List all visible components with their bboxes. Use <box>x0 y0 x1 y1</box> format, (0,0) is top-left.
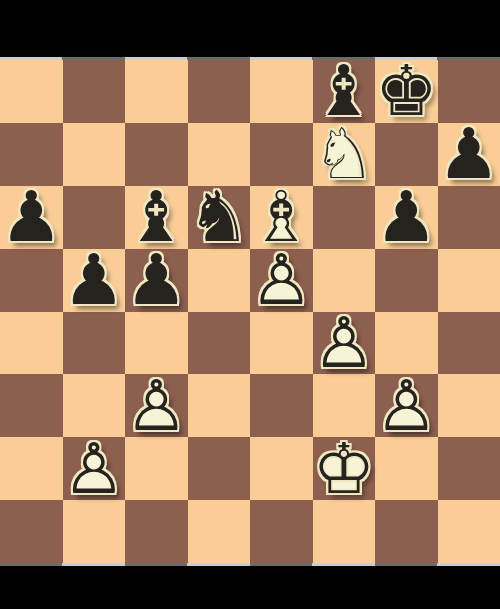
square-c8[interactable] <box>125 60 188 123</box>
square-e2[interactable] <box>250 437 313 500</box>
square-h3[interactable] <box>438 374 500 437</box>
black-pawn[interactable]: ♟ <box>375 186 438 249</box>
white-pawn-outline: ♙ <box>313 312 376 375</box>
white-king-outline: ♔ <box>313 437 376 500</box>
square-d2[interactable] <box>188 437 251 500</box>
square-f7[interactable]: ♞♘ <box>313 123 376 186</box>
square-b8[interactable] <box>63 60 126 123</box>
square-b5[interactable]: ♟ <box>63 249 126 312</box>
white-knight-outline: ♘ <box>313 123 376 186</box>
square-e5[interactable]: ♟♙ <box>250 249 313 312</box>
square-a6[interactable]: ♟ <box>0 186 63 249</box>
square-g5[interactable] <box>375 249 438 312</box>
black-pawn-glyph: ♟ <box>125 245 188 315</box>
white-pawn-outline: ♙ <box>250 249 313 312</box>
white-pawn[interactable]: ♟♙ <box>375 374 438 437</box>
square-e8[interactable] <box>250 60 313 123</box>
letterbox-bottom <box>0 566 500 609</box>
square-a2[interactable] <box>0 437 63 500</box>
board-squares: ♝♚♞♘♟♟♝♞♝♗♟♟♟♟♙♟♙♟♙♟♙♟♙♚♔ <box>0 60 500 563</box>
square-a4[interactable] <box>0 312 63 375</box>
white-pawn[interactable]: ♟♙ <box>250 249 313 312</box>
square-h2[interactable] <box>438 437 500 500</box>
square-c3[interactable]: ♟♙ <box>125 374 188 437</box>
chess-board: ♝♚♞♘♟♟♝♞♝♗♟♟♟♟♙♟♙♟♙♟♙♟♙♚♔ <box>0 57 500 566</box>
square-g6[interactable]: ♟ <box>375 186 438 249</box>
square-e1[interactable] <box>250 500 313 563</box>
square-h1[interactable] <box>438 500 500 563</box>
square-h6[interactable] <box>438 186 500 249</box>
black-pawn-glyph: ♟ <box>437 119 500 189</box>
square-f6[interactable] <box>313 186 376 249</box>
black-pawn[interactable]: ♟ <box>438 123 500 186</box>
square-a8[interactable] <box>0 60 63 123</box>
square-g1[interactable] <box>375 500 438 563</box>
white-pawn[interactable]: ♟♙ <box>63 437 126 500</box>
letterbox-top <box>0 0 500 57</box>
black-pawn[interactable]: ♟ <box>63 249 126 312</box>
square-b2[interactable]: ♟♙ <box>63 437 126 500</box>
square-g8[interactable]: ♚ <box>375 60 438 123</box>
square-d3[interactable] <box>188 374 251 437</box>
square-b7[interactable] <box>63 123 126 186</box>
white-pawn-outline: ♙ <box>63 437 126 500</box>
black-pawn[interactable]: ♟ <box>0 186 63 249</box>
square-c5[interactable]: ♟ <box>125 249 188 312</box>
white-pawn[interactable]: ♟♙ <box>313 312 376 375</box>
square-f4[interactable]: ♟♙ <box>313 312 376 375</box>
square-d5[interactable] <box>188 249 251 312</box>
black-knight-glyph: ♞ <box>187 182 250 252</box>
black-king-glyph: ♚ <box>375 56 438 126</box>
white-knight[interactable]: ♞♘ <box>313 123 376 186</box>
white-pawn-outline: ♙ <box>125 374 188 437</box>
white-king[interactable]: ♚♔ <box>313 437 376 500</box>
square-a1[interactable] <box>0 500 63 563</box>
square-d1[interactable] <box>188 500 251 563</box>
black-pawn[interactable]: ♟ <box>125 249 188 312</box>
chess-app-screen: ♝♚♞♘♟♟♝♞♝♗♟♟♟♟♙♟♙♟♙♟♙♟♙♚♔ <box>0 0 500 609</box>
square-d4[interactable] <box>188 312 251 375</box>
square-d8[interactable] <box>188 60 251 123</box>
black-pawn-glyph: ♟ <box>375 182 438 252</box>
black-knight[interactable]: ♞ <box>188 186 251 249</box>
square-h7[interactable]: ♟ <box>438 123 500 186</box>
black-king[interactable]: ♚ <box>375 60 438 123</box>
square-a3[interactable] <box>0 374 63 437</box>
square-f2[interactable]: ♚♔ <box>313 437 376 500</box>
square-h5[interactable] <box>438 249 500 312</box>
black-pawn-glyph: ♟ <box>0 182 63 252</box>
white-pawn[interactable]: ♟♙ <box>125 374 188 437</box>
black-pawn-glyph: ♟ <box>62 245 125 315</box>
square-g3[interactable]: ♟♙ <box>375 374 438 437</box>
square-c1[interactable] <box>125 500 188 563</box>
white-pawn-outline: ♙ <box>375 374 438 437</box>
square-d6[interactable]: ♞ <box>188 186 251 249</box>
square-e3[interactable] <box>250 374 313 437</box>
square-h4[interactable] <box>438 312 500 375</box>
square-a5[interactable] <box>0 249 63 312</box>
